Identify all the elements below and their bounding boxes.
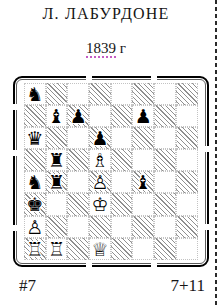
- frame-gap: [151, 76, 157, 81]
- square-b2: [46, 216, 68, 238]
- square-d4: ♟♙: [89, 171, 111, 193]
- black-bishop-icon: ♝: [46, 105, 68, 127]
- square-h4: [176, 171, 198, 193]
- square-c4: [67, 171, 89, 193]
- frame-gap: [13, 104, 18, 110]
- square-e1: [111, 238, 133, 260]
- square-a8: ♞: [24, 83, 46, 105]
- frame-gap: [13, 150, 18, 156]
- black-rook-icon: ♜: [46, 171, 68, 193]
- square-f1: [132, 238, 154, 260]
- square-d3: ♚♔: [89, 193, 111, 215]
- square-c7: ♟: [67, 105, 89, 127]
- square-g3: [154, 193, 176, 215]
- white-rook-icon: ♜♖: [46, 238, 68, 260]
- square-b4: ♜: [46, 171, 68, 193]
- diagram-caption: #7 7+11: [0, 276, 222, 296]
- stipulation: #7: [19, 276, 36, 296]
- square-b1: ♜♖: [46, 238, 68, 260]
- black-rook-icon: ♜: [46, 149, 68, 171]
- material-count: 7+11: [171, 276, 205, 296]
- square-h7: [176, 105, 198, 127]
- square-f5: [132, 149, 154, 171]
- square-h8: [176, 83, 198, 105]
- black-king-icon: ♚: [24, 193, 46, 215]
- square-e3: [111, 193, 133, 215]
- square-a3: ♚: [24, 193, 46, 215]
- square-a7: [24, 105, 46, 127]
- square-e5: [111, 149, 133, 171]
- black-pawn-icon: ♟: [67, 105, 89, 127]
- square-c2: [67, 216, 89, 238]
- black-knight-icon: ♞: [24, 171, 46, 193]
- square-c3: [67, 193, 89, 215]
- square-f2: [132, 216, 154, 238]
- square-g5: [154, 149, 176, 171]
- square-d5: ♝♗: [89, 149, 111, 171]
- square-a6: ♛: [24, 127, 46, 149]
- frame-gap: [13, 225, 18, 231]
- square-f4: ♝: [132, 171, 154, 193]
- board-frame-inner: ♞♝♟♟♛♟♜♝♗♞♜♟♙♝♚♚♔♟♙♜♖♜♖♛♕: [16, 79, 206, 264]
- black-pawn-icon: ♟: [132, 105, 154, 127]
- year-number: 1839: [86, 40, 116, 58]
- black-bishop-icon: ♝: [132, 171, 154, 193]
- document-page: Л. ЛАБУРДОНЕ 1839 г ♞♝♟♟♛♟♜♝♗♞♜♟♙♝♚♚♔♟♙♜…: [0, 0, 222, 305]
- composer-title: Л. ЛАБУРДОНЕ: [0, 5, 212, 23]
- square-b5: ♜: [46, 149, 68, 171]
- white-queen-icon: ♛♕: [89, 238, 111, 260]
- frame-gap: [151, 262, 157, 267]
- year-caption: 1839 г: [0, 40, 212, 57]
- square-d1: ♛♕: [89, 238, 111, 260]
- square-f8: [132, 83, 154, 105]
- white-pawn-icon: ♟♙: [24, 216, 46, 238]
- square-e6: [111, 127, 133, 149]
- square-c6: [67, 127, 89, 149]
- square-a4: ♞: [24, 171, 46, 193]
- square-g2: [154, 216, 176, 238]
- square-h3: [176, 193, 198, 215]
- square-c5: [67, 149, 89, 171]
- square-b3: [46, 193, 68, 215]
- frame-gap: [86, 262, 92, 267]
- black-pawn-icon: ♟: [89, 127, 111, 149]
- square-b7: ♝: [46, 105, 68, 127]
- square-e7: [111, 105, 133, 127]
- white-king-icon: ♚♔: [89, 193, 111, 215]
- white-pawn-icon: ♟♙: [89, 171, 111, 193]
- square-a5: [24, 149, 46, 171]
- square-e8: [111, 83, 133, 105]
- square-h2: [176, 216, 198, 238]
- white-bishop-icon: ♝♗: [89, 149, 111, 171]
- square-h5: [176, 149, 198, 171]
- square-b8: [46, 83, 68, 105]
- square-e2: [111, 216, 133, 238]
- frame-gap: [86, 76, 92, 81]
- square-a1: ♜♖: [24, 238, 46, 260]
- square-f3: [132, 193, 154, 215]
- square-g6: [154, 127, 176, 149]
- square-e4: [111, 171, 133, 193]
- black-queen-icon: ♛: [24, 127, 46, 149]
- black-knight-icon: ♞: [24, 83, 46, 105]
- square-g7: [154, 105, 176, 127]
- square-g8: [154, 83, 176, 105]
- white-rook-icon: ♜♖: [24, 238, 46, 260]
- frame-gap: [204, 224, 209, 230]
- board-frame: ♞♝♟♟♛♟♜♝♗♞♜♟♙♝♚♚♔♟♙♜♖♜♖♛♕: [13, 76, 209, 267]
- square-c8: [67, 83, 89, 105]
- square-f7: ♟: [132, 105, 154, 127]
- chess-board: ♞♝♟♟♛♟♜♝♗♞♜♟♙♝♚♚♔♟♙♜♖♜♖♛♕: [24, 83, 198, 260]
- square-b6: [46, 127, 68, 149]
- square-d7: [89, 105, 111, 127]
- year-suffix: г: [116, 40, 126, 56]
- square-f6: [132, 127, 154, 149]
- square-c1: [67, 238, 89, 260]
- chess-diagram: ♞♝♟♟♛♟♜♝♗♞♜♟♙♝♚♚♔♟♙♜♖♜♖♛♕: [13, 76, 209, 267]
- square-d2: [89, 216, 111, 238]
- frame-gap: [204, 146, 209, 152]
- square-d8: [89, 83, 111, 105]
- square-h6: [176, 127, 198, 149]
- square-g4: [154, 171, 176, 193]
- square-g1: [154, 238, 176, 260]
- square-h1: [176, 238, 198, 260]
- page-margin-dashed-line: [215, 0, 217, 305]
- square-d6: ♟: [89, 127, 111, 149]
- square-a2: ♟♙: [24, 216, 46, 238]
